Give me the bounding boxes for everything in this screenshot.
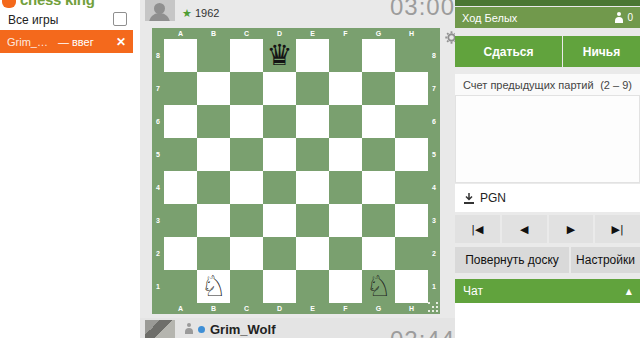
watcher-person-icon — [614, 12, 624, 23]
square-g1[interactable]: ♘ — [362, 270, 395, 303]
nav-prev-button[interactable]: ◀ — [502, 215, 547, 243]
turn-label: Ход Белых — [462, 12, 517, 24]
close-icon[interactable]: ✕ — [116, 35, 126, 49]
flip-board-button[interactable]: Повернуть доску — [455, 247, 569, 273]
square-b6[interactable] — [197, 105, 230, 138]
board-corner — [428, 28, 440, 39]
pgn-download[interactable]: PGN — [455, 184, 640, 212]
square-a5[interactable] — [164, 138, 197, 171]
square-g4[interactable] — [362, 171, 395, 204]
square-a7[interactable] — [164, 72, 197, 105]
square-c6[interactable] — [230, 105, 263, 138]
square-e8[interactable] — [296, 39, 329, 72]
coordinate-label: C — [230, 28, 263, 39]
board-corner — [152, 303, 164, 314]
watchers-counter: 0 — [614, 12, 633, 23]
square-h2[interactable] — [395, 237, 428, 270]
square-h5[interactable] — [395, 138, 428, 171]
square-e1[interactable] — [296, 270, 329, 303]
square-d1[interactable] — [263, 270, 296, 303]
coordinate-label: G — [362, 303, 395, 314]
coordinate-label: F — [329, 303, 362, 314]
square-g5[interactable] — [362, 138, 395, 171]
square-c7[interactable] — [230, 72, 263, 105]
coordinate-label: 6 — [428, 105, 440, 138]
square-g7[interactable] — [362, 72, 395, 105]
square-a1[interactable] — [164, 270, 197, 303]
person-icon — [184, 323, 194, 334]
square-b8[interactable] — [197, 39, 230, 72]
square-f1[interactable] — [329, 270, 362, 303]
coordinate-label: E — [296, 303, 329, 314]
logo-text: chess king — [20, 0, 95, 8]
coordinate-label: H — [395, 303, 428, 314]
square-c1[interactable] — [230, 270, 263, 303]
all-games-checkbox[interactable] — [113, 12, 127, 26]
coordinate-label: 4 — [428, 171, 440, 204]
nav-first-button[interactable]: |◀ — [455, 215, 500, 243]
opponent-clock: 03:00 — [390, 0, 455, 21]
opponent-rating: ★ 1962 — [182, 7, 219, 20]
square-h3[interactable] — [395, 204, 428, 237]
square-g3[interactable] — [362, 204, 395, 237]
square-e3[interactable] — [296, 204, 329, 237]
piece-white-knight-b1[interactable]: ♘ — [197, 270, 230, 303]
coordinate-label: B — [197, 28, 230, 39]
board-resize-handle[interactable] — [428, 302, 439, 313]
square-c4[interactable] — [230, 171, 263, 204]
game-tab-player: Grim_… — [7, 36, 48, 48]
square-f7[interactable] — [329, 72, 362, 105]
square-f5[interactable] — [329, 138, 362, 171]
coordinate-label: 4 — [152, 171, 164, 204]
square-h8[interactable] — [395, 39, 428, 72]
coordinate-label: 2 — [152, 237, 164, 270]
square-d6[interactable] — [263, 105, 296, 138]
right-panel: Ход Белых 0 Сдаться Ничья Счет предыдущи… — [455, 0, 640, 338]
square-h6[interactable] — [395, 105, 428, 138]
star-icon: ★ — [182, 7, 192, 20]
coordinate-label: E — [296, 28, 329, 39]
coordinate-label: A — [164, 28, 197, 39]
game-area: ★ 1962 03:00 ABCDEFGH8♛87766554433221♘♘1… — [140, 0, 455, 338]
coordinate-label: 1 — [152, 270, 164, 303]
chevron-up-icon: ▲ — [626, 287, 632, 296]
coordinate-label: D — [263, 303, 296, 314]
square-c2[interactable] — [230, 237, 263, 270]
nav-next-button[interactable]: ▶ — [549, 215, 594, 243]
player-avatar[interactable] — [145, 320, 175, 338]
square-e6[interactable] — [296, 105, 329, 138]
square-d5[interactable] — [263, 138, 296, 171]
player-name[interactable]: Grim_Wolf — [210, 322, 276, 337]
board-corner — [152, 28, 164, 39]
chat-header[interactable]: Чат ▲ — [455, 279, 640, 303]
sidebar: chess king Все игры Grim_… — ввег ✕ — [0, 0, 140, 338]
panel-top-strip — [455, 0, 640, 6]
square-f4[interactable] — [329, 171, 362, 204]
game-tab[interactable]: Grim_… — ввег ✕ — [0, 30, 133, 53]
square-e2[interactable] — [296, 237, 329, 270]
square-b2[interactable] — [197, 237, 230, 270]
chat-label: Чат — [463, 284, 483, 298]
coordinate-label: 5 — [152, 138, 164, 171]
pgn-label: PGN — [480, 191, 506, 205]
square-f2[interactable] — [329, 237, 362, 270]
player-clock: 02:44 — [390, 326, 455, 338]
square-f3[interactable] — [329, 204, 362, 237]
square-e5[interactable] — [296, 138, 329, 171]
square-b3[interactable] — [197, 204, 230, 237]
coordinate-label: 1 — [428, 270, 440, 303]
nav-last-button[interactable]: ▶| — [595, 215, 640, 243]
coordinate-label: 7 — [428, 72, 440, 105]
square-f6[interactable] — [329, 105, 362, 138]
turn-indicator-bar: Ход Белых 0 — [455, 7, 640, 28]
square-d3[interactable] — [263, 204, 296, 237]
chat-body[interactable] — [455, 303, 640, 338]
download-icon — [463, 192, 475, 205]
square-e4[interactable] — [296, 171, 329, 204]
square-b1[interactable]: ♘ — [197, 270, 230, 303]
rating-value: 1962 — [195, 7, 219, 19]
all-games-label: Все игры — [8, 13, 58, 27]
coordinate-label: 8 — [428, 39, 440, 72]
coordinate-label: G — [362, 28, 395, 39]
move-navigation: |◀ ◀ ▶ ▶| — [455, 215, 640, 243]
chess-board[interactable]: ABCDEFGH8♛87766554433221♘♘1ABCDEFGH — [152, 28, 440, 314]
logo-piece-icon — [2, 0, 16, 8]
settings-button[interactable]: Настройки — [571, 247, 640, 273]
square-c8[interactable] — [230, 39, 263, 72]
square-d8[interactable]: ♛ — [263, 39, 296, 72]
resign-button[interactable]: Сдаться — [455, 36, 562, 67]
square-g6[interactable] — [362, 105, 395, 138]
square-a8[interactable] — [164, 39, 197, 72]
coordinate-label: B — [197, 303, 230, 314]
bottom-player-bar: Grim_Wolf 02:44 — [140, 318, 455, 338]
move-list-panel[interactable] — [455, 95, 640, 183]
square-g8[interactable] — [362, 39, 395, 72]
coordinate-label: 3 — [428, 204, 440, 237]
watchers-count: 0 — [627, 12, 633, 23]
square-h1[interactable] — [395, 270, 428, 303]
square-a2[interactable] — [164, 237, 197, 270]
coordinate-label: A — [164, 303, 197, 314]
square-h7[interactable] — [395, 72, 428, 105]
square-d4[interactable] — [263, 171, 296, 204]
square-a4[interactable] — [164, 171, 197, 204]
previous-games-score: Счет предыдущих партий (2 – 9) — [455, 74, 640, 95]
score-value: (2 – 9) — [600, 79, 632, 91]
square-d2[interactable] — [263, 237, 296, 270]
square-h4[interactable] — [395, 171, 428, 204]
square-b4[interactable] — [197, 171, 230, 204]
game-tab-opponent: — ввег — [58, 36, 94, 48]
coordinate-label: 3 — [152, 204, 164, 237]
square-b5[interactable] — [197, 138, 230, 171]
coordinate-label: 6 — [152, 105, 164, 138]
coordinate-label: C — [230, 303, 263, 314]
square-b7[interactable] — [197, 72, 230, 105]
piece-white-knight-g1[interactable]: ♘ — [362, 270, 395, 303]
coordinate-label: F — [329, 28, 362, 39]
square-c5[interactable] — [230, 138, 263, 171]
draw-button[interactable]: Ничья — [563, 36, 640, 67]
square-a6[interactable] — [164, 105, 197, 138]
coordinate-label: 2 — [428, 237, 440, 270]
coordinate-label: H — [395, 28, 428, 39]
opponent-avatar[interactable] — [145, 0, 175, 21]
score-label: Счет предыдущих партий — [463, 79, 594, 91]
square-e7[interactable] — [296, 72, 329, 105]
square-g2[interactable] — [362, 237, 395, 270]
square-f8[interactable] — [329, 39, 362, 72]
site-logo[interactable]: chess king — [2, 0, 136, 10]
coordinate-label: 7 — [152, 72, 164, 105]
piece-black-queen-d8[interactable]: ♛ — [263, 39, 296, 72]
square-d7[interactable] — [263, 72, 296, 105]
square-c3[interactable] — [230, 204, 263, 237]
coordinate-label: 5 — [428, 138, 440, 171]
online-status-dot — [198, 326, 205, 333]
square-a3[interactable] — [164, 204, 197, 237]
coordinate-label: 8 — [152, 39, 164, 72]
